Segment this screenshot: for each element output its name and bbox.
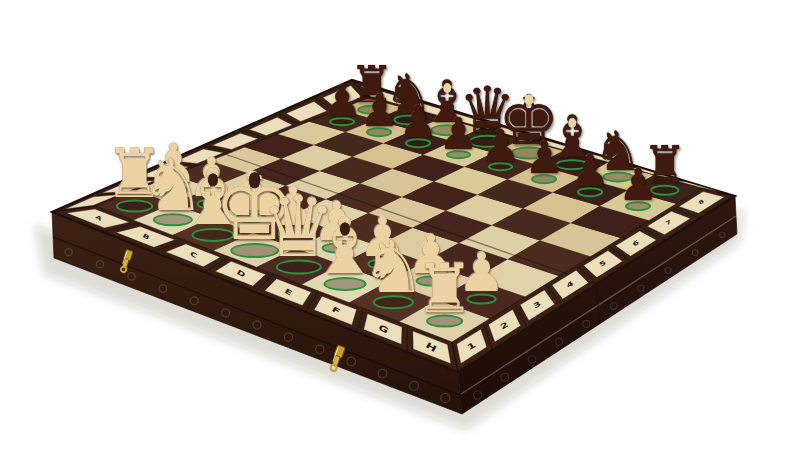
- chess-board: ABCDEFGH12345678: [0, 0, 792, 449]
- chess-set-photo: ABCDEFGH12345678 ♜♞♝♛♚♝♞♜♟♟♟♟♟♟♟♟♟♟♟♟♟♟♟…: [0, 0, 792, 449]
